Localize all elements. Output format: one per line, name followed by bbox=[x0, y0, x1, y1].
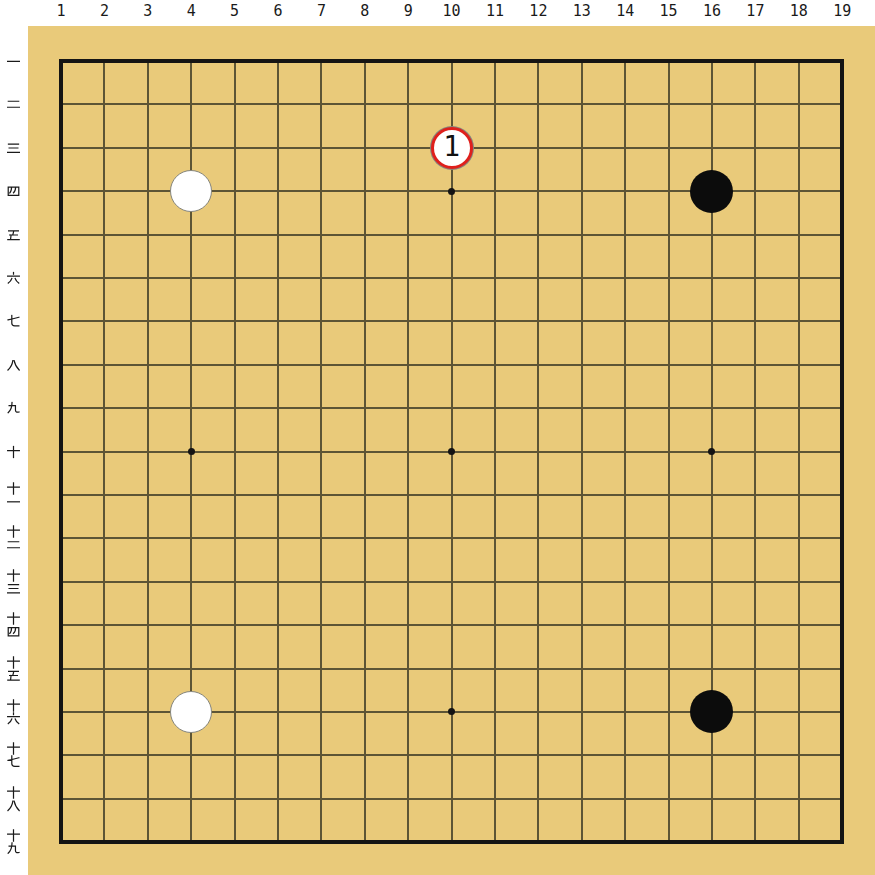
kanji-numeral-glyph bbox=[7, 625, 20, 638]
intersection-8-8 bbox=[343, 343, 386, 386]
intersection-16-12 bbox=[690, 517, 733, 560]
kanji-numeral-glyph bbox=[7, 786, 20, 799]
intersection-1-9 bbox=[39, 386, 82, 429]
kanji-numeral-glyph bbox=[7, 569, 20, 582]
intersection-18-7 bbox=[777, 300, 820, 343]
intersection-13-17 bbox=[560, 734, 603, 777]
intersection-17-3 bbox=[734, 126, 777, 169]
intersection-11-5 bbox=[473, 213, 516, 256]
intersection-8-14 bbox=[343, 603, 386, 646]
intersection-11-10 bbox=[473, 430, 516, 473]
intersection-10-11 bbox=[430, 473, 473, 516]
intersection-13-15 bbox=[560, 647, 603, 690]
intersection-14-9 bbox=[603, 386, 646, 429]
intersection-5-1 bbox=[213, 39, 256, 82]
column-label-18: 18 bbox=[790, 3, 808, 19]
star-point bbox=[188, 448, 195, 455]
intersection-6-15 bbox=[256, 647, 299, 690]
row-label-10 bbox=[5, 445, 21, 458]
intersection-19-18 bbox=[820, 777, 863, 820]
intersection-13-13 bbox=[560, 560, 603, 603]
intersection-3-11 bbox=[126, 473, 169, 516]
intersection-8-17 bbox=[343, 734, 386, 777]
intersection-14-18 bbox=[603, 777, 646, 820]
intersection-11-12 bbox=[473, 517, 516, 560]
intersection-12-9 bbox=[517, 386, 560, 429]
kanji-numeral-glyph bbox=[7, 755, 20, 768]
intersection-17-6 bbox=[734, 256, 777, 299]
intersection-4-3 bbox=[169, 126, 212, 169]
intersection-17-17 bbox=[734, 734, 777, 777]
intersection-17-9 bbox=[734, 386, 777, 429]
intersection-15-16 bbox=[647, 690, 690, 733]
intersection-8-19 bbox=[343, 820, 386, 863]
intersection-15-14 bbox=[647, 603, 690, 646]
intersection-5-12 bbox=[213, 517, 256, 560]
intersection-15-9 bbox=[647, 386, 690, 429]
intersection-4-8 bbox=[169, 343, 212, 386]
intersection-4-2 bbox=[169, 83, 212, 126]
intersection-11-15 bbox=[473, 647, 516, 690]
intersection-15-8 bbox=[647, 343, 690, 386]
intersection-13-3 bbox=[560, 126, 603, 169]
intersection-3-13 bbox=[126, 560, 169, 603]
intersection-9-11 bbox=[386, 473, 429, 516]
intersection-11-9 bbox=[473, 386, 516, 429]
intersection-6-14 bbox=[256, 603, 299, 646]
intersection-15-13 bbox=[647, 560, 690, 603]
intersection-12-12 bbox=[517, 517, 560, 560]
intersection-10-12 bbox=[430, 517, 473, 560]
intersection-13-10 bbox=[560, 430, 603, 473]
intersection-2-18 bbox=[83, 777, 126, 820]
intersection-11-17 bbox=[473, 734, 516, 777]
intersection-14-7 bbox=[603, 300, 646, 343]
intersection-4-15 bbox=[169, 647, 212, 690]
row-label-5 bbox=[5, 228, 21, 241]
intersection-6-4 bbox=[256, 169, 299, 212]
intersection-11-13 bbox=[473, 560, 516, 603]
intersection-1-19 bbox=[39, 820, 82, 863]
intersection-6-13 bbox=[256, 560, 299, 603]
intersection-1-17 bbox=[39, 734, 82, 777]
kanji-numeral-glyph bbox=[7, 402, 20, 415]
row-label-15 bbox=[5, 656, 21, 682]
column-label-15: 15 bbox=[660, 3, 678, 19]
intersection-1-1 bbox=[39, 39, 82, 82]
intersection-15-3 bbox=[647, 126, 690, 169]
intersection-5-5 bbox=[213, 213, 256, 256]
intersection-2-2 bbox=[83, 83, 126, 126]
intersection-14-8 bbox=[603, 343, 646, 386]
intersection-15-1 bbox=[647, 39, 690, 82]
intersection-10-9 bbox=[430, 386, 473, 429]
intersection-3-18 bbox=[126, 777, 169, 820]
intersection-10-2 bbox=[430, 83, 473, 126]
intersection-8-15 bbox=[343, 647, 386, 690]
column-label-10: 10 bbox=[443, 3, 461, 19]
intersection-13-9 bbox=[560, 386, 603, 429]
intersection-4-11 bbox=[169, 473, 212, 516]
intersection-19-4 bbox=[820, 169, 863, 212]
column-label-11: 11 bbox=[486, 3, 504, 19]
intersection-9-9 bbox=[386, 386, 429, 429]
intersection-10-8 bbox=[430, 343, 473, 386]
column-label-17: 17 bbox=[746, 3, 764, 19]
row-label-12 bbox=[5, 525, 21, 551]
intersection-9-10 bbox=[386, 430, 429, 473]
intersection-14-17 bbox=[603, 734, 646, 777]
kanji-numeral-glyph bbox=[7, 829, 20, 842]
column-label-3: 3 bbox=[143, 3, 152, 19]
intersection-10-14 bbox=[430, 603, 473, 646]
row-label-9 bbox=[5, 402, 21, 415]
intersection-7-13 bbox=[300, 560, 343, 603]
go-diagram: 1 12345678910111213141516171819 bbox=[0, 0, 875, 875]
kanji-numeral-glyph bbox=[7, 799, 20, 812]
column-label-16: 16 bbox=[703, 3, 721, 19]
intersection-12-8 bbox=[517, 343, 560, 386]
intersection-5-11 bbox=[213, 473, 256, 516]
column-label-12: 12 bbox=[529, 3, 547, 19]
intersection-2-8 bbox=[83, 343, 126, 386]
intersection-2-6 bbox=[83, 256, 126, 299]
intersection-2-1 bbox=[83, 39, 126, 82]
intersection-10-1 bbox=[430, 39, 473, 82]
intersection-13-2 bbox=[560, 83, 603, 126]
intersection-16-5 bbox=[690, 213, 733, 256]
intersection-5-4 bbox=[213, 169, 256, 212]
intersection-17-8 bbox=[734, 343, 777, 386]
intersection-12-6 bbox=[517, 256, 560, 299]
intersection-3-15 bbox=[126, 647, 169, 690]
intersection-1-7 bbox=[39, 300, 82, 343]
intersection-13-1 bbox=[560, 39, 603, 82]
row-label-17 bbox=[5, 742, 21, 768]
intersection-2-9 bbox=[83, 386, 126, 429]
intersection-9-1 bbox=[386, 39, 429, 82]
intersection-14-12 bbox=[603, 517, 646, 560]
intersection-10-5 bbox=[430, 213, 473, 256]
intersection-16-1 bbox=[690, 39, 733, 82]
intersection-3-8 bbox=[126, 343, 169, 386]
intersection-10-17 bbox=[430, 734, 473, 777]
intersection-2-17 bbox=[83, 734, 126, 777]
intersection-5-18 bbox=[213, 777, 256, 820]
intersection-18-14 bbox=[777, 603, 820, 646]
intersection-9-7 bbox=[386, 300, 429, 343]
column-label-5: 5 bbox=[230, 3, 239, 19]
intersection-11-8 bbox=[473, 343, 516, 386]
kanji-numeral-glyph bbox=[7, 712, 20, 725]
intersection-18-19 bbox=[777, 820, 820, 863]
intersection-10-15 bbox=[430, 647, 473, 690]
intersection-5-19 bbox=[213, 820, 256, 863]
intersection-1-14 bbox=[39, 603, 82, 646]
kanji-numeral-glyph bbox=[7, 538, 20, 551]
intersection-15-11 bbox=[647, 473, 690, 516]
intersection-2-19 bbox=[83, 820, 126, 863]
intersection-19-14 bbox=[820, 603, 863, 646]
intersection-1-3 bbox=[39, 126, 82, 169]
intersection-4-12 bbox=[169, 517, 212, 560]
intersection-2-3 bbox=[83, 126, 126, 169]
intersection-8-3 bbox=[343, 126, 386, 169]
intersection-2-10 bbox=[83, 430, 126, 473]
kanji-numeral-glyph bbox=[7, 842, 20, 855]
kanji-numeral-glyph bbox=[7, 228, 20, 241]
intersection-17-1 bbox=[734, 39, 777, 82]
intersection-19-19 bbox=[820, 820, 863, 863]
intersection-18-11 bbox=[777, 473, 820, 516]
intersection-6-18 bbox=[256, 777, 299, 820]
intersection-6-5 bbox=[256, 213, 299, 256]
intersection-7-15 bbox=[300, 647, 343, 690]
intersection-11-18 bbox=[473, 777, 516, 820]
intersection-18-1 bbox=[777, 39, 820, 82]
intersection-15-17 bbox=[647, 734, 690, 777]
intersection-14-14 bbox=[603, 603, 646, 646]
intersection-19-10 bbox=[820, 430, 863, 473]
intersection-8-2 bbox=[343, 83, 386, 126]
intersection-11-3 bbox=[473, 126, 516, 169]
column-label-7: 7 bbox=[317, 3, 326, 19]
intersection-7-4 bbox=[300, 169, 343, 212]
row-label-13 bbox=[5, 569, 21, 595]
intersection-6-2 bbox=[256, 83, 299, 126]
intersection-2-14 bbox=[83, 603, 126, 646]
intersection-6-7 bbox=[256, 300, 299, 343]
kanji-numeral-glyph bbox=[7, 98, 20, 111]
intersection-13-7 bbox=[560, 300, 603, 343]
intersection-3-12 bbox=[126, 517, 169, 560]
intersection-5-13 bbox=[213, 560, 256, 603]
intersection-1-16 bbox=[39, 690, 82, 733]
intersection-19-16 bbox=[820, 690, 863, 733]
intersection-6-9 bbox=[256, 386, 299, 429]
intersection-4-18 bbox=[169, 777, 212, 820]
column-label-13: 13 bbox=[573, 3, 591, 19]
intersection-18-17 bbox=[777, 734, 820, 777]
intersection-14-3 bbox=[603, 126, 646, 169]
intersection-18-2 bbox=[777, 83, 820, 126]
intersection-6-11 bbox=[256, 473, 299, 516]
intersection-2-15 bbox=[83, 647, 126, 690]
intersection-6-10 bbox=[256, 430, 299, 473]
intersection-11-1 bbox=[473, 39, 516, 82]
intersection-18-12 bbox=[777, 517, 820, 560]
intersection-15-2 bbox=[647, 83, 690, 126]
intersection-16-9 bbox=[690, 386, 733, 429]
intersection-14-13 bbox=[603, 560, 646, 603]
intersection-11-2 bbox=[473, 83, 516, 126]
row-labels bbox=[0, 0, 28, 875]
intersection-11-11 bbox=[473, 473, 516, 516]
intersection-13-5 bbox=[560, 213, 603, 256]
intersection-7-16 bbox=[300, 690, 343, 733]
intersection-17-15 bbox=[734, 647, 777, 690]
intersection-18-8 bbox=[777, 343, 820, 386]
intersection-2-4 bbox=[83, 169, 126, 212]
intersection-4-9 bbox=[169, 386, 212, 429]
intersection-5-9 bbox=[213, 386, 256, 429]
intersection-3-5 bbox=[126, 213, 169, 256]
intersection-5-6 bbox=[213, 256, 256, 299]
kanji-numeral-glyph bbox=[7, 445, 20, 458]
intersection-19-13 bbox=[820, 560, 863, 603]
column-label-4: 4 bbox=[187, 3, 196, 19]
column-label-14: 14 bbox=[616, 3, 634, 19]
intersection-8-9 bbox=[343, 386, 386, 429]
intersection-1-18 bbox=[39, 777, 82, 820]
kanji-numeral-glyph bbox=[7, 482, 20, 495]
intersection-2-5 bbox=[83, 213, 126, 256]
intersection-17-12 bbox=[734, 517, 777, 560]
intersection-12-3 bbox=[517, 126, 560, 169]
intersection-7-7 bbox=[300, 300, 343, 343]
intersection-7-3 bbox=[300, 126, 343, 169]
intersection-14-16 bbox=[603, 690, 646, 733]
intersection-7-11 bbox=[300, 473, 343, 516]
intersection-10-6 bbox=[430, 256, 473, 299]
intersection-3-6 bbox=[126, 256, 169, 299]
intersection-3-7 bbox=[126, 300, 169, 343]
intersection-3-1 bbox=[126, 39, 169, 82]
intersection-13-6 bbox=[560, 256, 603, 299]
intersection-15-6 bbox=[647, 256, 690, 299]
intersection-16-7 bbox=[690, 300, 733, 343]
intersection-12-10 bbox=[517, 430, 560, 473]
intersection-3-9 bbox=[126, 386, 169, 429]
intersection-11-14 bbox=[473, 603, 516, 646]
intersection-19-11 bbox=[820, 473, 863, 516]
intersection-17-5 bbox=[734, 213, 777, 256]
intersection-7-17 bbox=[300, 734, 343, 777]
intersection-8-5 bbox=[343, 213, 386, 256]
white-stone bbox=[170, 691, 212, 733]
intersection-18-10 bbox=[777, 430, 820, 473]
intersection-10-13 bbox=[430, 560, 473, 603]
intersection-19-15 bbox=[820, 647, 863, 690]
intersection-1-5 bbox=[39, 213, 82, 256]
intersection-6-19 bbox=[256, 820, 299, 863]
row-label-8 bbox=[5, 358, 21, 371]
intersection-17-7 bbox=[734, 300, 777, 343]
intersection-14-6 bbox=[603, 256, 646, 299]
intersection-9-19 bbox=[386, 820, 429, 863]
intersection-19-1 bbox=[820, 39, 863, 82]
intersection-19-17 bbox=[820, 734, 863, 777]
intersection-15-7 bbox=[647, 300, 690, 343]
intersection-16-14 bbox=[690, 603, 733, 646]
column-label-19: 19 bbox=[833, 3, 851, 19]
intersection-17-19 bbox=[734, 820, 777, 863]
intersection-8-6 bbox=[343, 256, 386, 299]
intersection-8-18 bbox=[343, 777, 386, 820]
intersection-8-7 bbox=[343, 300, 386, 343]
intersection-4-6 bbox=[169, 256, 212, 299]
intersection-1-2 bbox=[39, 83, 82, 126]
intersection-9-4 bbox=[386, 169, 429, 212]
intersection-5-16 bbox=[213, 690, 256, 733]
intersection-12-1 bbox=[517, 39, 560, 82]
intersection-18-16 bbox=[777, 690, 820, 733]
intersection-9-17 bbox=[386, 734, 429, 777]
intersection-19-2 bbox=[820, 83, 863, 126]
intersection-14-10 bbox=[603, 430, 646, 473]
intersection-18-15 bbox=[777, 647, 820, 690]
intersection-9-6 bbox=[386, 256, 429, 299]
intersection-14-15 bbox=[603, 647, 646, 690]
intersection-18-18 bbox=[777, 777, 820, 820]
intersection-13-18 bbox=[560, 777, 603, 820]
intersection-1-10 bbox=[39, 430, 82, 473]
intersection-2-12 bbox=[83, 517, 126, 560]
intersection-13-14 bbox=[560, 603, 603, 646]
intersection-5-8 bbox=[213, 343, 256, 386]
intersection-8-13 bbox=[343, 560, 386, 603]
kanji-numeral-glyph bbox=[7, 525, 20, 538]
intersection-13-19 bbox=[560, 820, 603, 863]
row-label-16 bbox=[5, 699, 21, 725]
intersection-15-12 bbox=[647, 517, 690, 560]
intersection-12-14 bbox=[517, 603, 560, 646]
intersection-9-3 bbox=[386, 126, 429, 169]
row-label-14 bbox=[5, 612, 21, 638]
intersection-19-9 bbox=[820, 386, 863, 429]
board-grid: 1 bbox=[39, 39, 864, 864]
kanji-numeral-glyph bbox=[7, 669, 20, 682]
intersection-17-11 bbox=[734, 473, 777, 516]
row-label-3 bbox=[5, 141, 21, 154]
intersection-1-12 bbox=[39, 517, 82, 560]
intersection-1-4 bbox=[39, 169, 82, 212]
intersection-6-8 bbox=[256, 343, 299, 386]
row-label-7 bbox=[5, 315, 21, 328]
move-1-stone: 1 bbox=[431, 127, 473, 169]
intersection-13-8 bbox=[560, 343, 603, 386]
intersection-6-17 bbox=[256, 734, 299, 777]
column-label-8: 8 bbox=[360, 3, 369, 19]
intersection-15-19 bbox=[647, 820, 690, 863]
intersection-12-4 bbox=[517, 169, 560, 212]
intersection-9-12 bbox=[386, 517, 429, 560]
intersection-1-11 bbox=[39, 473, 82, 516]
intersection-19-12 bbox=[820, 517, 863, 560]
intersection-3-4 bbox=[126, 169, 169, 212]
intersection-5-10 bbox=[213, 430, 256, 473]
intersection-18-6 bbox=[777, 256, 820, 299]
intersection-17-16 bbox=[734, 690, 777, 733]
kanji-numeral-glyph bbox=[7, 358, 20, 371]
intersection-16-8 bbox=[690, 343, 733, 386]
intersection-7-2 bbox=[300, 83, 343, 126]
intersection-5-3 bbox=[213, 126, 256, 169]
intersection-8-1 bbox=[343, 39, 386, 82]
row-label-11 bbox=[5, 482, 21, 508]
intersection-11-19 bbox=[473, 820, 516, 863]
intersection-18-4 bbox=[777, 169, 820, 212]
intersection-17-4 bbox=[734, 169, 777, 212]
intersection-13-11 bbox=[560, 473, 603, 516]
intersection-10-19 bbox=[430, 820, 473, 863]
kanji-numeral-glyph bbox=[7, 141, 20, 154]
intersection-18-9 bbox=[777, 386, 820, 429]
intersection-17-10 bbox=[734, 430, 777, 473]
intersection-5-17 bbox=[213, 734, 256, 777]
intersection-3-19 bbox=[126, 820, 169, 863]
intersection-12-11 bbox=[517, 473, 560, 516]
